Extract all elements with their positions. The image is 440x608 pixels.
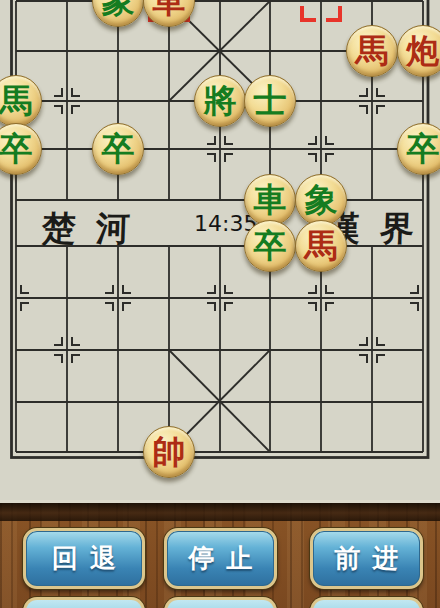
forward-button[interactable]: 前进 — [310, 528, 423, 589]
piece-character: 炮 — [407, 35, 440, 68]
piece-character: 象 — [305, 184, 338, 217]
piece-green-advisor[interactable]: 士 — [244, 75, 296, 127]
piece-character: 馬 — [356, 35, 389, 68]
piece-character: 卒 — [102, 133, 135, 166]
undo-button[interactable]: 回退 — [23, 528, 145, 589]
piece-character: 車 — [254, 184, 287, 217]
piece-character: 帥 — [153, 436, 186, 469]
toolbar-dark-stripe — [0, 503, 440, 521]
xiangqi-board[interactable]: 楚河 14:35 漢界 象車馬炮馬將士卒卒卒車象卒馬帥 — [0, 0, 440, 500]
piece-green-general[interactable]: 將 — [194, 75, 246, 127]
piece-character: 卒 — [0, 133, 33, 166]
piece-character: 馬 — [0, 85, 33, 118]
piece-character: 馬 — [305, 230, 338, 263]
piece-green-pawn[interactable]: 卒 — [397, 123, 440, 175]
piece-red-cannon[interactable]: 炮 — [397, 25, 440, 77]
bottom-button-partial[interactable] — [23, 597, 145, 608]
piece-character: 將 — [204, 85, 237, 118]
piece-green-chariot[interactable]: 車 — [244, 174, 296, 226]
piece-red-general[interactable]: 帥 — [143, 426, 195, 478]
piece-character: 車 — [153, 0, 186, 18]
piece-character: 士 — [254, 85, 287, 118]
piece-green-pawn[interactable]: 卒 — [244, 220, 296, 272]
last-move-marker — [300, 0, 342, 22]
bottom-button-partial[interactable] — [310, 597, 423, 608]
bottom-toolbar: 回退 停止 前进 — [0, 500, 440, 608]
stop-button[interactable]: 停止 — [164, 528, 277, 589]
piece-green-pawn[interactable]: 卒 — [92, 123, 144, 175]
piece-character: 卒 — [254, 230, 287, 263]
piece-red-horse[interactable]: 馬 — [295, 220, 347, 272]
piece-green-elephant[interactable]: 象 — [295, 174, 347, 226]
river-label-chu: 楚河 — [41, 206, 151, 252]
bottom-button-partial[interactable] — [164, 597, 277, 608]
piece-character: 象 — [102, 0, 135, 18]
piece-character: 卒 — [407, 133, 440, 166]
piece-red-horse[interactable]: 馬 — [346, 25, 398, 77]
